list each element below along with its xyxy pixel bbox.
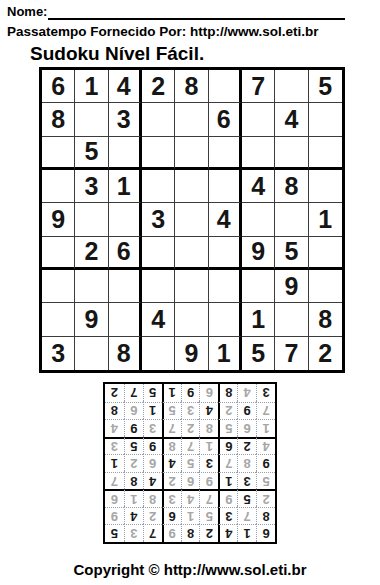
solution-cell-r7c2: 6 [237,419,256,437]
solution-cell-r6c9: 3 [105,437,124,455]
cell-r6c9[interactable] [309,237,342,270]
solution-cell-r7c8: 9 [124,419,143,437]
solution-cell-r5c1: 9 [256,454,275,472]
cell-r5c2[interactable] [75,203,108,236]
cell-r9c3[interactable]: 8 [109,337,142,370]
solution-cell-r9c6: 1 [162,384,181,402]
name-row: Nome: [7,4,345,20]
solution-cell-r3c9: 6 [105,489,124,507]
cell-r7c5[interactable] [175,270,208,303]
cell-r2c3[interactable]: 3 [109,103,142,136]
solution-cell-r5c9: 1 [105,454,124,472]
cell-r2c8[interactable]: 4 [275,103,308,136]
cell-r3c9[interactable] [309,137,342,170]
cell-r1c5[interactable]: 8 [175,70,208,103]
cell-r1c1[interactable]: 6 [42,70,75,103]
solution-cell-r8c3: 2 [218,402,237,420]
cell-r9c1[interactable]: 3 [42,337,75,370]
cell-r9c6[interactable]: 1 [209,337,242,370]
solution-cell-r4c6: 2 [162,472,181,490]
cell-r8c9[interactable]: 8 [309,303,342,336]
main-grid: 614287583645314893412695994183891572 [39,67,345,373]
solution-cell-r6c7: 9 [143,437,162,455]
solution-cell-r5c3: 7 [218,454,237,472]
cell-r4c1[interactable] [42,170,75,203]
solution-cell-r2c8: 4 [124,507,143,525]
cell-r1c6[interactable] [209,70,242,103]
cell-r5c7[interactable] [242,203,275,236]
cell-r6c3[interactable]: 6 [109,237,142,270]
solution-cell-r7c7: 3 [143,419,162,437]
cell-r1c4[interactable]: 2 [142,70,175,103]
cell-r1c9[interactable]: 5 [309,70,342,103]
copyright: Copyright © http://www.sol.eti.br [0,561,380,578]
cell-r3c3[interactable] [109,137,142,170]
cell-r4c3[interactable]: 1 [109,170,142,203]
solution-cell-r7c9: 4 [105,419,124,437]
cell-r3c1[interactable] [42,137,75,170]
solution-cell-r8c7: 1 [143,402,162,420]
cell-r6c7[interactable]: 9 [242,237,275,270]
cell-r8c3[interactable] [109,303,142,336]
solution-cell-r9c2: 4 [237,384,256,402]
cell-r4c4[interactable] [142,170,175,203]
solution-cell-r3c8: 1 [124,489,143,507]
solution-cell-r8c4: 4 [199,402,218,420]
solution-cell-r8c9: 8 [105,402,124,420]
cell-r8c2[interactable]: 9 [75,303,108,336]
cell-r6c6[interactable] [209,237,242,270]
cell-r1c7[interactable]: 7 [242,70,275,103]
solution-grid-wrap: 6142897358735162492597438165319624879873… [0,382,380,544]
solution-cell-r2c1: 8 [256,507,275,525]
solution-cell-r4c2: 3 [237,472,256,490]
solution-cell-r4c3: 1 [218,472,237,490]
solution-cell-r6c2: 2 [237,437,256,455]
worksheet-page: Nome: Passatempo Fornecido Por: http://w… [0,0,380,578]
cell-r9c8[interactable]: 7 [275,337,308,370]
cell-r3c2[interactable]: 5 [75,137,108,170]
solution-cell-r4c8: 8 [124,472,143,490]
solution-cell-r9c3: 8 [218,384,237,402]
cell-r9c7[interactable]: 5 [242,337,275,370]
cell-r5c5[interactable] [175,203,208,236]
solution-cell-r7c1: 1 [256,419,275,437]
page-title: Sudoku Nível Fácil. [30,43,380,64]
cell-r8c8[interactable] [275,303,308,336]
name-fill-line[interactable] [48,5,345,20]
cell-r1c3[interactable]: 4 [109,70,142,103]
solution-cell-r8c8: 6 [124,402,143,420]
solution-cell-r6c5: 7 [181,437,200,455]
cell-r7c1[interactable] [42,270,75,303]
cell-r3c8[interactable] [275,137,308,170]
solution-cell-r4c1: 5 [256,472,275,490]
solution-cell-r4c9: 7 [105,472,124,490]
solution-cell-r6c1: 4 [256,437,275,455]
solution-cell-r2c5: 1 [181,507,200,525]
cell-r7c9[interactable] [309,270,342,303]
cell-r2c7[interactable] [242,103,275,136]
solution-cell-r6c4: 1 [199,437,218,455]
solution-cell-r7c4: 8 [199,419,218,437]
cell-r3c4[interactable] [142,137,175,170]
solution-cell-r2c7: 2 [143,507,162,525]
cell-r6c2[interactable]: 2 [75,237,108,270]
solution-cell-r4c4: 9 [199,472,218,490]
solution-cell-r7c3: 5 [218,419,237,437]
cell-r8c4[interactable]: 4 [142,303,175,336]
cell-r8c6[interactable] [209,303,242,336]
solution-cell-r2c4: 5 [199,507,218,525]
solution-cell-r6c6: 8 [162,437,181,455]
cell-r4c9[interactable] [309,170,342,203]
cell-r5c8[interactable] [275,203,308,236]
solution-cell-r1c6: 9 [162,524,181,542]
solution-cell-r3c6: 3 [162,489,181,507]
cell-r5c3[interactable] [109,203,142,236]
solution-cell-r5c4: 3 [199,454,218,472]
cell-r7c7[interactable] [242,270,275,303]
name-label: Nome: [7,4,47,20]
cell-r8c7[interactable]: 1 [242,303,275,336]
solution-cell-r9c1: 3 [256,384,275,402]
solution-grid-rotated: 6142897358735162492597438165319624879873… [103,382,277,544]
solution-cell-r6c8: 5 [124,437,143,455]
cell-r6c8[interactable]: 5 [275,237,308,270]
cell-r9c4[interactable] [142,337,175,370]
solution-cell-r3c7: 8 [143,489,162,507]
solution-cell-r6c3: 6 [218,437,237,455]
solution-cell-r1c8: 3 [124,524,143,542]
solution-cell-r1c4: 2 [199,524,218,542]
solution-cell-r5c6: 4 [162,454,181,472]
solution-cell-r1c3: 4 [218,524,237,542]
cell-r2c5[interactable] [175,103,208,136]
cell-r6c5[interactable] [175,237,208,270]
cell-r2c4[interactable] [142,103,175,136]
solution-cell-r7c5: 2 [181,419,200,437]
cell-r3c6[interactable] [209,137,242,170]
cell-r7c6[interactable] [209,270,242,303]
cell-r4c7[interactable]: 4 [242,170,275,203]
cell-r4c2[interactable]: 3 [75,170,108,203]
solution-cell-r1c9: 5 [105,524,124,542]
solution-cell-r2c6: 6 [162,507,181,525]
solution-cell-r3c3: 9 [218,489,237,507]
solution-cell-r5c7: 6 [143,454,162,472]
cell-r4c5[interactable] [175,170,208,203]
cell-r5c4[interactable]: 3 [142,203,175,236]
cell-r2c1[interactable]: 8 [42,103,75,136]
cell-r6c1[interactable] [42,237,75,270]
cell-r1c8[interactable] [275,70,308,103]
cell-r7c8[interactable]: 9 [275,270,308,303]
solution-cell-r3c1: 2 [256,489,275,507]
cell-r5c6[interactable]: 4 [209,203,242,236]
cell-r4c6[interactable] [209,170,242,203]
solution-cell-r2c2: 7 [237,507,256,525]
solution-cell-r7c6: 7 [162,419,181,437]
cell-r2c9[interactable] [309,103,342,136]
solution-cell-r3c4: 7 [199,489,218,507]
solution-cell-r3c2: 5 [237,489,256,507]
cell-r1c2[interactable]: 1 [75,70,108,103]
cell-r6c4[interactable] [142,237,175,270]
cell-r5c1[interactable]: 9 [42,203,75,236]
solution-cell-r8c1: 7 [256,402,275,420]
solution-cell-r1c1: 6 [256,524,275,542]
cell-r3c7[interactable] [242,137,275,170]
solution-cell-r4c5: 6 [181,472,200,490]
provider-line: Passatempo Fornecido Por: http://www.sol… [7,24,380,40]
solution-cell-r9c9: 2 [105,384,124,402]
solution-cell-r4c7: 4 [143,472,162,490]
solution-cell-r8c6: 5 [162,402,181,420]
solution-cell-r1c5: 8 [181,524,200,542]
cell-r9c9[interactable]: 2 [309,337,342,370]
solution-cell-r1c7: 7 [143,524,162,542]
solution-cell-r9c8: 7 [124,384,143,402]
cell-r8c5[interactable] [175,303,208,336]
cell-r9c2[interactable] [75,337,108,370]
solution-cell-r2c9: 9 [105,507,124,525]
solution-cell-r8c5: 3 [181,402,200,420]
cell-r7c3[interactable] [109,270,142,303]
cell-r7c2[interactable] [75,270,108,303]
solution-cell-r1c2: 1 [237,524,256,542]
solution-cell-r8c2: 9 [237,402,256,420]
cell-r2c6[interactable]: 6 [209,103,242,136]
solution-cell-r5c2: 8 [237,454,256,472]
cell-r7c4[interactable] [142,270,175,303]
solution-cell-r2c3: 3 [218,507,237,525]
solution-cell-r9c5: 9 [181,384,200,402]
solution-cell-r9c7: 5 [143,384,162,402]
cell-r3c5[interactable] [175,137,208,170]
solution-cell-r3c5: 4 [181,489,200,507]
cell-r2c2[interactable] [75,103,108,136]
cell-r8c1[interactable] [42,303,75,336]
solution-cell-r9c4: 6 [199,384,218,402]
solution-cell-r5c8: 2 [124,454,143,472]
solution-cell-r5c5: 5 [181,454,200,472]
cell-r5c9[interactable]: 1 [309,203,342,236]
cell-r9c5[interactable]: 9 [175,337,208,370]
cell-r4c8[interactable]: 8 [275,170,308,203]
